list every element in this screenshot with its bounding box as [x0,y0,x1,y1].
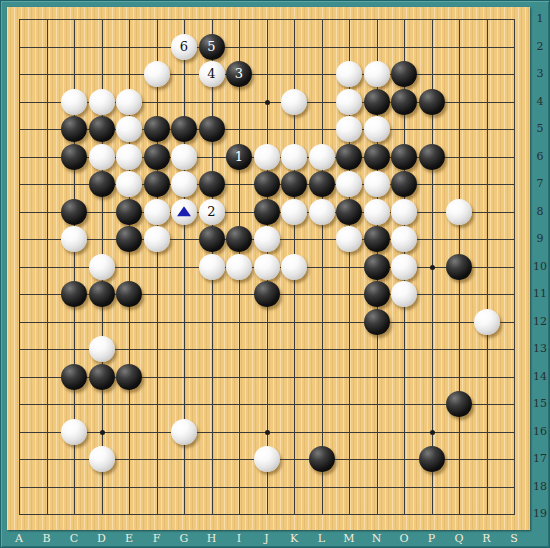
row-label-16: 16 [531,425,549,439]
white-stone-F3[interactable] [144,61,170,87]
white-stone-I10[interactable] [226,254,252,280]
grid-line-vertical [487,19,488,515]
row-label-4: 4 [531,95,549,109]
white-stone-K10[interactable] [281,254,307,280]
move-number-label: 4 [199,61,225,87]
row-label-5: 5 [531,122,549,136]
black-stone-I3[interactable]: 3 [226,61,252,87]
black-stone-D7[interactable] [89,171,115,197]
column-label-F: F [147,531,167,547]
black-stone-C5[interactable] [61,116,87,142]
black-stone-L7[interactable] [309,171,335,197]
column-label-N: N [367,531,387,547]
row-label-13: 13 [531,342,549,356]
white-stone-O11[interactable] [391,281,417,307]
star-point [100,430,105,435]
white-stone-E5[interactable] [116,116,142,142]
star-point [430,265,435,270]
white-stone-R12[interactable] [474,309,500,335]
black-stone-Q15[interactable] [446,391,472,417]
row-label-1: 1 [531,12,549,26]
column-label-P: P [422,531,442,547]
row-label-7: 7 [531,177,549,191]
white-stone-F8[interactable] [144,199,170,225]
white-stone-D10[interactable] [89,254,115,280]
white-stone-H8[interactable]: 2 [199,199,225,225]
row-label-15: 15 [531,397,549,411]
row-label-8: 8 [531,205,549,219]
black-stone-J11[interactable] [254,281,280,307]
black-stone-C11[interactable] [61,281,87,307]
column-label-H: H [202,531,222,547]
black-stone-I9[interactable] [226,226,252,252]
white-stone-G6[interactable] [171,144,197,170]
white-stone-N8[interactable] [364,199,390,225]
black-stone-N6[interactable] [364,144,390,170]
move-number-label: 2 [199,199,225,225]
move-number-label: 6 [171,34,197,60]
black-stone-C8[interactable] [61,199,87,225]
black-stone-H7[interactable] [199,171,225,197]
column-label-A: A [9,531,29,547]
white-stone-O10[interactable] [391,254,417,280]
white-stone-E7[interactable] [116,171,142,197]
white-stone-J9[interactable] [254,226,280,252]
grid-line-horizontal [19,322,515,323]
black-stone-P4[interactable] [419,89,445,115]
column-label-S: S [504,531,524,547]
black-stone-M6[interactable] [336,144,362,170]
column-label-J: J [257,531,277,547]
row-label-14: 14 [531,370,549,384]
column-label-E: E [119,531,139,547]
goban[interactable]: 654312 [7,7,530,530]
white-stone-M7[interactable] [336,171,362,197]
white-stone-M3[interactable] [336,61,362,87]
column-label-R: R [477,531,497,547]
white-stone-M4[interactable] [336,89,362,115]
white-stone-N7[interactable] [364,171,390,197]
white-stone-D6[interactable] [89,144,115,170]
black-stone-F5[interactable] [144,116,170,142]
column-label-G: G [174,531,194,547]
column-label-O: O [394,531,414,547]
grid-line-vertical [322,19,323,515]
row-label-10: 10 [531,260,549,274]
row-label-2: 2 [531,40,549,54]
move-number-label: 1 [226,144,252,170]
row-label-3: 3 [531,67,549,81]
move-number-label: 5 [199,34,225,60]
grid-line-horizontal [19,487,515,488]
star-point [430,430,435,435]
white-stone-D4[interactable] [89,89,115,115]
black-stone-H5[interactable] [199,116,225,142]
white-stone-G7[interactable] [171,171,197,197]
white-stone-M9[interactable] [336,226,362,252]
black-stone-P6[interactable] [419,144,445,170]
white-stone-G8[interactable] [171,199,197,225]
white-stone-E6[interactable] [116,144,142,170]
star-point [265,100,270,105]
black-stone-E11[interactable] [116,281,142,307]
white-stone-K4[interactable] [281,89,307,115]
white-stone-G16[interactable] [171,419,197,445]
black-stone-N11[interactable] [364,281,390,307]
black-stone-K7[interactable] [281,171,307,197]
column-label-D: D [92,531,112,547]
star-point [265,430,270,435]
white-stone-J6[interactable] [254,144,280,170]
black-stone-N10[interactable] [364,254,390,280]
column-label-I: I [229,531,249,547]
black-stone-J8[interactable] [254,199,280,225]
white-stone-K6[interactable] [281,144,307,170]
row-label-11: 11 [531,287,549,301]
triangle-marker-icon [177,206,191,216]
white-stone-D13[interactable] [89,336,115,362]
black-stone-N4[interactable] [364,89,390,115]
black-stone-O3[interactable] [391,61,417,87]
black-stone-O6[interactable] [391,144,417,170]
white-stone-F9[interactable] [144,226,170,252]
black-stone-O7[interactable] [391,171,417,197]
black-stone-C14[interactable] [61,364,87,390]
white-stone-H10[interactable] [199,254,225,280]
move-number-label: 3 [226,61,252,87]
grid-line-horizontal [19,404,515,405]
column-label-B: B [37,531,57,547]
white-stone-C4[interactable] [61,89,87,115]
white-stone-O8[interactable] [391,199,417,225]
black-stone-N12[interactable] [364,309,390,335]
black-stone-D14[interactable] [89,364,115,390]
black-stone-H2[interactable]: 5 [199,34,225,60]
white-stone-H3[interactable]: 4 [199,61,225,87]
black-stone-J7[interactable] [254,171,280,197]
grid-line-vertical [514,19,515,515]
black-stone-C6[interactable] [61,144,87,170]
white-stone-J17[interactable] [254,446,280,472]
white-stone-N5[interactable] [364,116,390,142]
black-stone-H9[interactable] [199,226,225,252]
column-label-Q: Q [449,531,469,547]
white-stone-L8[interactable] [309,199,335,225]
black-stone-L17[interactable] [309,446,335,472]
grid-line-horizontal [19,514,515,515]
white-stone-K8[interactable] [281,199,307,225]
row-label-9: 9 [531,232,549,246]
black-stone-I6[interactable]: 1 [226,144,252,170]
black-stone-N9[interactable] [364,226,390,252]
black-stone-F7[interactable] [144,171,170,197]
white-stone-O9[interactable] [391,226,417,252]
white-stone-E4[interactable] [116,89,142,115]
black-stone-D5[interactable] [89,116,115,142]
white-stone-D17[interactable] [89,446,115,472]
white-stone-G2[interactable]: 6 [171,34,197,60]
row-label-18: 18 [531,480,549,494]
row-label-19: 19 [531,507,549,521]
black-stone-P17[interactable] [419,446,445,472]
white-stone-L6[interactable] [309,144,335,170]
black-stone-D11[interactable] [89,281,115,307]
column-label-L: L [312,531,332,547]
white-stone-Q8[interactable] [446,199,472,225]
column-label-M: M [339,531,359,547]
black-stone-O4[interactable] [391,89,417,115]
row-label-12: 12 [531,315,549,329]
row-label-6: 6 [531,150,549,164]
black-stone-E8[interactable] [116,199,142,225]
black-stone-E9[interactable] [116,226,142,252]
white-stone-N3[interactable] [364,61,390,87]
white-stone-C16[interactable] [61,419,87,445]
column-label-C: C [64,531,84,547]
go-board-window: 654312 ABCDEFGHIJKLMNOPQRS 1234567891011… [0,0,550,548]
column-label-K: K [284,531,304,547]
black-stone-Q10[interactable] [446,254,472,280]
white-stone-M5[interactable] [336,116,362,142]
black-stone-M8[interactable] [336,199,362,225]
black-stone-F6[interactable] [144,144,170,170]
white-stone-J10[interactable] [254,254,280,280]
black-stone-E14[interactable] [116,364,142,390]
row-label-17: 17 [531,452,549,466]
black-stone-G5[interactable] [171,116,197,142]
white-stone-C9[interactable] [61,226,87,252]
